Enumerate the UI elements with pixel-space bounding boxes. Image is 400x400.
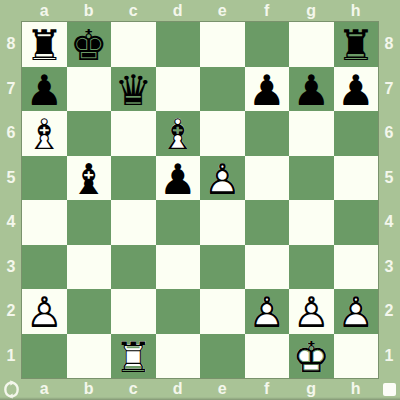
square-g7[interactable]: ♟	[289, 67, 334, 112]
black-pawn-d5[interactable]: ♟	[156, 158, 201, 203]
rank-label: 8	[7, 35, 16, 53]
square-h1[interactable]	[334, 334, 379, 379]
white-king-g1[interactable]: ♚♔	[289, 336, 334, 381]
file-label: g	[306, 2, 316, 20]
square-c2[interactable]	[111, 289, 156, 334]
square-g6[interactable]	[289, 111, 334, 156]
rank-labels-right: 8 7 6 5 4 3 2 1	[378, 22, 400, 378]
square-h3[interactable]	[334, 245, 379, 290]
black-pawn-g7[interactable]: ♟	[289, 69, 334, 114]
rank-label: 2	[7, 302, 16, 320]
square-a7[interactable]: ♟	[22, 67, 67, 112]
square-b7[interactable]	[67, 67, 112, 112]
flip-board-icon	[2, 380, 21, 399]
square-h6[interactable]	[334, 111, 379, 156]
square-f1[interactable]	[245, 334, 290, 379]
square-c8[interactable]	[111, 22, 156, 67]
rank-label: 3	[7, 258, 16, 276]
rank-label: 5	[385, 169, 394, 187]
square-f3[interactable]	[245, 245, 290, 290]
square-b5[interactable]: ♝	[67, 156, 112, 201]
square-f4[interactable]	[245, 200, 290, 245]
file-label: d	[173, 2, 183, 20]
file-label: g	[306, 380, 316, 398]
black-rook-a8[interactable]: ♜	[22, 24, 67, 69]
square-g2[interactable]: ♟♙	[289, 289, 334, 334]
square-a5[interactable]	[22, 156, 67, 201]
chess-board-frame: a b c d e f g h 8 7 6 5 4 3 2 1 ♜♚♜♟♛♟♟♟…	[0, 0, 400, 400]
black-queen-c7[interactable]: ♛	[111, 69, 156, 114]
square-b2[interactable]	[67, 289, 112, 334]
square-c1[interactable]: ♜♖	[111, 334, 156, 379]
file-label: c	[129, 380, 138, 398]
square-b8[interactable]: ♚	[67, 22, 112, 67]
rank-label: 1	[385, 347, 394, 365]
white-pawn-a2[interactable]: ♟♙	[22, 291, 67, 336]
square-d2[interactable]	[156, 289, 201, 334]
square-a2[interactable]: ♟♙	[22, 289, 67, 334]
file-label: a	[40, 380, 49, 398]
side-to-move-indicator	[378, 378, 400, 400]
white-pawn-f2[interactable]: ♟♙	[245, 291, 290, 336]
square-c6[interactable]	[111, 111, 156, 156]
black-rook-h8[interactable]: ♜	[334, 24, 379, 69]
file-label: f	[264, 2, 269, 20]
square-e5[interactable]: ♟♙	[200, 156, 245, 201]
square-f6[interactable]	[245, 111, 290, 156]
black-pawn-a7[interactable]: ♟	[22, 69, 67, 114]
black-pawn-f7[interactable]: ♟	[245, 69, 290, 114]
square-b1[interactable]	[67, 334, 112, 379]
white-square-icon	[383, 383, 396, 396]
file-label: a	[40, 2, 49, 20]
rank-label: 2	[385, 302, 394, 320]
square-c5[interactable]	[111, 156, 156, 201]
square-d6[interactable]: ♝♗	[156, 111, 201, 156]
square-d7[interactable]	[156, 67, 201, 112]
rank-label: 1	[7, 347, 16, 365]
file-labels-top: a b c d e f g h	[22, 0, 378, 22]
square-b3[interactable]	[67, 245, 112, 290]
white-pawn-e5[interactable]: ♟♙	[200, 158, 245, 203]
rank-label: 7	[7, 80, 16, 98]
square-d4[interactable]	[156, 200, 201, 245]
square-d1[interactable]	[156, 334, 201, 379]
rank-label: 5	[7, 169, 16, 187]
square-e4[interactable]	[200, 200, 245, 245]
rank-label: 6	[7, 124, 16, 142]
rank-label: 3	[385, 258, 394, 276]
file-label: c	[129, 2, 138, 20]
square-b4[interactable]	[67, 200, 112, 245]
square-a1[interactable]	[22, 334, 67, 379]
square-e2[interactable]	[200, 289, 245, 334]
file-label: b	[84, 380, 94, 398]
file-label: e	[218, 2, 227, 20]
square-b6[interactable]	[67, 111, 112, 156]
square-g1[interactable]: ♚♔	[289, 334, 334, 379]
black-bishop-b5[interactable]: ♝	[67, 158, 112, 203]
rank-label: 8	[385, 35, 394, 53]
square-a4[interactable]	[22, 200, 67, 245]
square-h7[interactable]: ♟	[334, 67, 379, 112]
square-f2[interactable]: ♟♙	[245, 289, 290, 334]
square-e7[interactable]	[200, 67, 245, 112]
black-king-b8[interactable]: ♚	[67, 24, 112, 69]
rank-label: 6	[385, 124, 394, 142]
square-g3[interactable]	[289, 245, 334, 290]
square-f7[interactable]: ♟	[245, 67, 290, 112]
file-labels-bottom: a b c d e f g h	[22, 378, 378, 400]
white-pawn-g2[interactable]: ♟♙	[289, 291, 334, 336]
square-h2[interactable]: ♟♙	[334, 289, 379, 334]
square-f8[interactable]	[245, 22, 290, 67]
square-a8[interactable]: ♜	[22, 22, 67, 67]
square-a3[interactable]	[22, 245, 67, 290]
square-c3[interactable]	[111, 245, 156, 290]
square-h4[interactable]	[334, 200, 379, 245]
file-label: f	[264, 380, 269, 398]
rank-label: 4	[7, 213, 16, 231]
rank-labels-left: 8 7 6 5 4 3 2 1	[0, 22, 22, 378]
chess-board: ♜♚♜♟♛♟♟♟♝♗♝♗♝♟♟♙♟♙♟♙♟♙♟♙♜♖♚♔	[22, 22, 378, 378]
black-pawn-h7[interactable]: ♟	[334, 69, 379, 114]
white-bishop-d6[interactable]: ♝♗	[156, 113, 201, 158]
square-g8[interactable]	[289, 22, 334, 67]
square-h5[interactable]	[334, 156, 379, 201]
square-d5[interactable]: ♟	[156, 156, 201, 201]
file-label: b	[84, 2, 94, 20]
white-rook-c1[interactable]: ♜♖	[111, 336, 156, 381]
file-label: h	[351, 380, 361, 398]
square-g4[interactable]	[289, 200, 334, 245]
square-d3[interactable]	[156, 245, 201, 290]
white-bishop-a6[interactable]: ♝♗	[22, 113, 67, 158]
square-g5[interactable]	[289, 156, 334, 201]
square-c7[interactable]: ♛	[111, 67, 156, 112]
file-label: d	[173, 380, 183, 398]
rank-label: 7	[385, 80, 394, 98]
square-d8[interactable]	[156, 22, 201, 67]
square-e8[interactable]	[200, 22, 245, 67]
square-f5[interactable]	[245, 156, 290, 201]
file-label: h	[351, 2, 361, 20]
file-label: e	[218, 380, 227, 398]
square-e6[interactable]	[200, 111, 245, 156]
square-a6[interactable]: ♝♗	[22, 111, 67, 156]
square-e1[interactable]	[200, 334, 245, 379]
square-c4[interactable]	[111, 200, 156, 245]
square-h8[interactable]: ♜	[334, 22, 379, 67]
square-e3[interactable]	[200, 245, 245, 290]
rank-label: 4	[385, 213, 394, 231]
flip-board-button[interactable]	[0, 378, 22, 400]
white-pawn-h2[interactable]: ♟♙	[334, 291, 379, 336]
